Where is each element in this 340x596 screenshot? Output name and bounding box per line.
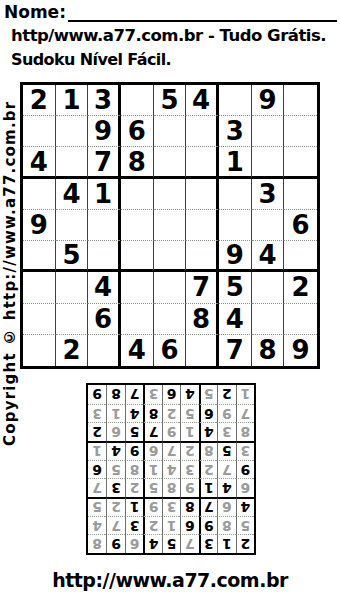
solution-cell-r1c3: 3 (199, 534, 217, 553)
solution-cell-r5c9: 6 (88, 460, 106, 479)
solution-cell-r7c8: 6 (106, 422, 124, 441)
solution-cell-r1c9: 8 (88, 534, 106, 553)
puzzle-cell-r9c4: 4 (121, 335, 154, 366)
solution-cell-r1c5: 5 (162, 534, 180, 553)
solution-cell-r1c8: 9 (106, 534, 124, 553)
puzzle-cell-r3c3: 7 (88, 147, 121, 178)
puzzle-cell-r1c8: 9 (252, 85, 285, 116)
puzzle-cell-r9c3[interactable] (88, 335, 121, 366)
puzzle-cell-r8c1[interactable] (23, 304, 56, 335)
sudoku-solution-grid-rotated: 2137546985896123744678391256419852379723… (86, 383, 256, 555)
puzzle-cell-r7c1[interactable] (23, 272, 56, 303)
puzzle-cell-r6c5[interactable] (154, 241, 187, 272)
puzzle-cell-r7c6: 7 (186, 272, 219, 303)
solution-cell-r6c8: 4 (106, 441, 124, 460)
puzzle-cell-r4c5[interactable] (154, 179, 187, 210)
name-row: Nome: (4, 2, 337, 22)
puzzle-cell-r2c5[interactable] (154, 116, 187, 147)
solution-cell-r9c4: 4 (180, 385, 198, 404)
name-fill-in-line[interactable] (68, 2, 337, 22)
solution-cell-r5c5: 4 (162, 460, 180, 479)
solution-cell-r9c9: 9 (88, 385, 106, 404)
solution-cell-r2c1: 5 (236, 516, 254, 535)
puzzle-cell-r6c1[interactable] (23, 241, 56, 272)
solution-cell-r5c7: 8 (125, 460, 143, 479)
solution-cell-r8c1: 7 (236, 404, 254, 423)
puzzle-cell-r7c8[interactable] (252, 272, 285, 303)
puzzle-cell-r5c1: 9 (23, 210, 56, 241)
puzzle-cell-r7c2[interactable] (56, 272, 89, 303)
solution-cell-r5c2: 7 (217, 460, 235, 479)
solution-cell-r1c2: 1 (217, 534, 235, 553)
solution-cell-r8c9: 3 (88, 404, 106, 423)
solution-cell-r3c9: 5 (88, 497, 106, 516)
solution-cell-r9c6: 3 (143, 385, 161, 404)
puzzle-cell-r1c5: 5 (154, 85, 187, 116)
sudoku-solution-grid: 2137546985896123744678391256419852379723… (86, 383, 256, 555)
solution-cell-r6c4: 2 (180, 441, 198, 460)
solution-cell-r7c7: 5 (125, 422, 143, 441)
solution-cell-r5c1: 9 (236, 460, 254, 479)
sudoku-puzzle-grid: 2135499634781413965944752684246789 (20, 82, 320, 369)
solution-cell-r3c8: 2 (106, 497, 124, 516)
puzzle-cell-r1c6: 4 (186, 85, 219, 116)
puzzle-cell-r2c3: 9 (88, 116, 121, 147)
solution-cell-r7c6: 7 (143, 422, 161, 441)
solution-cell-r3c3: 7 (199, 497, 217, 516)
solution-cell-r3c4: 8 (180, 497, 198, 516)
solution-cell-r1c6: 4 (143, 534, 161, 553)
puzzle-cell-r3c9[interactable] (284, 147, 317, 178)
solution-cell-r1c1: 2 (236, 534, 254, 553)
solution-cell-r6c5: 7 (162, 441, 180, 460)
puzzle-cell-r1c9[interactable] (284, 85, 317, 116)
puzzle-cell-r5c6[interactable] (186, 210, 219, 241)
solution-cell-r2c8: 7 (106, 516, 124, 535)
puzzle-cell-r9c6[interactable] (186, 335, 219, 366)
solution-cell-r9c5: 6 (162, 385, 180, 404)
solution-cell-r9c7: 7 (125, 385, 143, 404)
puzzle-cell-r9c9: 9 (284, 335, 317, 366)
solution-cell-r2c6: 2 (143, 516, 161, 535)
solution-cell-r6c3: 8 (199, 441, 217, 460)
solution-cell-r4c6: 5 (143, 478, 161, 497)
solution-cell-r5c4: 3 (180, 460, 198, 479)
solution-cell-r5c6: 1 (143, 460, 161, 479)
footer-url: http://www.a77.com.br (0, 569, 340, 591)
solution-cell-r9c8: 8 (106, 385, 124, 404)
solution-cell-r3c7: 1 (125, 497, 143, 516)
puzzle-cell-r7c3: 4 (88, 272, 121, 303)
puzzle-cell-r5c7[interactable] (219, 210, 252, 241)
solution-cell-r1c7: 6 (125, 534, 143, 553)
puzzle-cell-r5c2[interactable] (56, 210, 89, 241)
solution-cell-r4c3: 1 (199, 478, 217, 497)
solution-cell-r2c5: 1 (162, 516, 180, 535)
puzzle-cell-r9c8: 8 (252, 335, 285, 366)
solution-cell-r6c7: 9 (125, 441, 143, 460)
solution-cell-r7c9: 2 (88, 422, 106, 441)
puzzle-cell-r1c7[interactable] (219, 85, 252, 116)
solution-cell-r8c7: 4 (125, 404, 143, 423)
solution-cell-r4c1: 6 (236, 478, 254, 497)
solution-cell-r9c1: 1 (236, 385, 254, 404)
puzzle-cell-r6c3[interactable] (88, 241, 121, 272)
puzzle-cell-r8c8[interactable] (252, 304, 285, 335)
puzzle-cell-r2c1[interactable] (23, 116, 56, 147)
solution-cell-r8c6: 8 (143, 404, 161, 423)
copyright-vertical-text: Copyright © http://www.a77.com.br (0, 85, 19, 461)
puzzle-cell-r6c7: 9 (219, 241, 252, 272)
solution-cell-r2c7: 3 (125, 516, 143, 535)
puzzle-cell-r4c7[interactable] (219, 179, 252, 210)
solution-cell-r4c4: 9 (180, 478, 198, 497)
solution-cell-r8c8: 1 (106, 404, 124, 423)
solution-cell-r8c3: 6 (199, 404, 217, 423)
puzzle-cell-r2c6[interactable] (186, 116, 219, 147)
puzzle-cell-r1c3: 3 (88, 85, 121, 116)
puzzle-cell-r2c2[interactable] (56, 116, 89, 147)
solution-cell-r6c2: 5 (217, 441, 235, 460)
puzzle-cell-r2c9[interactable] (284, 116, 317, 147)
puzzle-cell-r6c9[interactable] (284, 241, 317, 272)
solution-cell-r3c2: 6 (217, 497, 235, 516)
solution-cell-r3c5: 3 (162, 497, 180, 516)
puzzle-cell-r9c7: 7 (219, 335, 252, 366)
puzzle-cell-r2c7: 3 (219, 116, 252, 147)
puzzle-cell-r1c1: 2 (23, 85, 56, 116)
puzzle-level-title: Sudoku Nível Fácil. (11, 50, 171, 69)
puzzle-cell-r8c9[interactable] (284, 304, 317, 335)
solution-cell-r9c2: 2 (217, 385, 235, 404)
puzzle-cell-r9c2: 2 (56, 335, 89, 366)
site-title: http/www.a77.com.br - Tudo Grátis. (11, 26, 326, 45)
solution-cell-r9c3: 5 (199, 385, 217, 404)
puzzle-cell-r5c8[interactable] (252, 210, 285, 241)
puzzle-cell-r7c4[interactable] (121, 272, 154, 303)
puzzle-cell-r9c1[interactable] (23, 335, 56, 366)
solution-cell-r4c7: 2 (125, 478, 143, 497)
puzzle-cell-r4c1[interactable] (23, 179, 56, 210)
puzzle-cell-r5c9: 6 (284, 210, 317, 241)
puzzle-cell-r9c5: 6 (154, 335, 187, 366)
puzzle-cell-r5c5[interactable] (154, 210, 187, 241)
puzzle-cell-r6c4[interactable] (121, 241, 154, 272)
puzzle-cell-r4c6[interactable] (186, 179, 219, 210)
solution-cell-r6c1: 3 (236, 441, 254, 460)
solution-cell-r4c9: 7 (88, 478, 106, 497)
puzzle-cell-r4c4[interactable] (121, 179, 154, 210)
puzzle-cell-r8c7: 4 (219, 304, 252, 335)
solution-cell-r8c2: 9 (217, 404, 235, 423)
puzzle-cell-r8c5[interactable] (154, 304, 187, 335)
solution-cell-r7c1: 8 (236, 422, 254, 441)
solution-cell-r7c4: 1 (180, 422, 198, 441)
solution-cell-r6c9: 1 (88, 441, 106, 460)
solution-cell-r7c2: 3 (217, 422, 235, 441)
puzzle-cell-r6c8: 4 (252, 241, 285, 272)
solution-cell-r5c3: 2 (199, 460, 217, 479)
solution-cell-r1c4: 7 (180, 534, 198, 553)
puzzle-cell-r3c6[interactable] (186, 147, 219, 178)
puzzle-cell-r3c7: 1 (219, 147, 252, 178)
puzzle-cell-r3c4: 8 (121, 147, 154, 178)
puzzle-cell-r4c8: 3 (252, 179, 285, 210)
puzzle-cell-r8c3: 6 (88, 304, 121, 335)
puzzle-cell-r8c2[interactable] (56, 304, 89, 335)
solution-cell-r8c4: 5 (180, 404, 198, 423)
puzzle-cell-r6c6[interactable] (186, 241, 219, 272)
solution-cell-r3c1: 4 (236, 497, 254, 516)
puzzle-cell-r2c8[interactable] (252, 116, 285, 147)
puzzle-cell-r1c2: 1 (56, 85, 89, 116)
puzzle-cell-r1c4[interactable] (121, 85, 154, 116)
solution-cell-r3c6: 9 (143, 497, 161, 516)
puzzle-cell-r3c8[interactable] (252, 147, 285, 178)
name-label: Nome: (4, 2, 66, 22)
puzzle-cell-r4c9[interactable] (284, 179, 317, 210)
solution-cell-r2c3: 9 (199, 516, 217, 535)
solution-cell-r4c2: 4 (217, 478, 235, 497)
puzzle-cell-r6c2: 5 (56, 241, 89, 272)
solution-cell-r2c2: 8 (217, 516, 235, 535)
puzzle-cell-r2c4: 6 (121, 116, 154, 147)
solution-cell-r4c5: 8 (162, 478, 180, 497)
puzzle-cell-r7c9: 2 (284, 272, 317, 303)
puzzle-cell-r4c2: 4 (56, 179, 89, 210)
puzzle-cell-r5c3[interactable] (88, 210, 121, 241)
solution-cell-r6c6: 6 (143, 441, 161, 460)
puzzle-cell-r3c5[interactable] (154, 147, 187, 178)
solution-cell-r7c3: 4 (199, 422, 217, 441)
puzzle-cell-r3c2[interactable] (56, 147, 89, 178)
puzzle-cell-r3c1: 4 (23, 147, 56, 178)
solution-cell-r2c4: 6 (180, 516, 198, 535)
puzzle-cell-r8c4[interactable] (121, 304, 154, 335)
solution-cell-r2c9: 4 (88, 516, 106, 535)
puzzle-cell-r5c4[interactable] (121, 210, 154, 241)
puzzle-cell-r4c3: 1 (88, 179, 121, 210)
puzzle-cell-r7c7: 5 (219, 272, 252, 303)
solution-cell-r4c8: 3 (106, 478, 124, 497)
puzzle-cell-r8c6: 8 (186, 304, 219, 335)
solution-cell-r5c8: 5 (106, 460, 124, 479)
solution-cell-r7c5: 9 (162, 422, 180, 441)
solution-cell-r8c5: 2 (162, 404, 180, 423)
puzzle-cell-r7c5[interactable] (154, 272, 187, 303)
